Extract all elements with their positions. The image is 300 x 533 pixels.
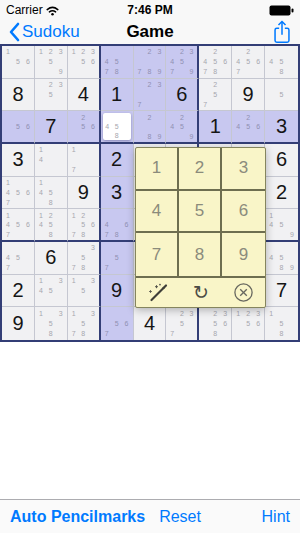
cell-value: 6 — [265, 144, 298, 176]
cell-r8c2[interactable]: 1345 — [35, 275, 68, 308]
restart-icon: ↻ — [193, 283, 209, 302]
share-icon — [272, 19, 292, 45]
cell-r3c8[interactable]: 2456 — [232, 111, 265, 144]
cell-r1c3[interactable]: 12356 — [68, 46, 101, 79]
back-chevron-icon — [8, 22, 20, 42]
popup-icon-row: ↻ — [136, 278, 265, 307]
cell-r5c2[interactable]: 1458 — [35, 177, 68, 210]
cell-r4c9[interactable]: 6 — [265, 144, 298, 177]
pencil-marks: 12356 — [233, 308, 263, 339]
cell-value: 3 — [2, 144, 34, 176]
back-button[interactable]: Sudoku — [8, 22, 80, 42]
clock: 7:46 PM — [0, 3, 300, 17]
pencil-marks: 13578 — [69, 308, 98, 339]
cell-value: 9 — [101, 275, 133, 307]
cell-r5c4[interactable]: 3 — [101, 177, 134, 210]
pencil-marks: 158 — [266, 308, 297, 339]
cell-r4c4[interactable]: 2 — [101, 144, 134, 177]
cell-r1c7[interactable]: 245678 — [199, 46, 232, 79]
cell-r4c3[interactable]: 17 — [68, 144, 101, 177]
cell-r1c1[interactable]: 156 — [2, 46, 35, 79]
cell-r7c1[interactable]: 457 — [2, 242, 35, 275]
cell-r6c4[interactable]: 4678 — [101, 209, 134, 242]
cell-value: 4 — [68, 79, 99, 111]
cell-r4c1[interactable]: 3 — [2, 144, 35, 177]
pencil-marks: 257 — [200, 80, 230, 110]
clear-icon — [233, 282, 254, 303]
pencil-marks: 1358 — [36, 308, 66, 339]
pencil-marks: 457 — [3, 243, 33, 273]
cell-r3c9[interactable]: 3 — [265, 111, 298, 144]
cell-value: 7 — [35, 111, 67, 142]
cell-value: 8 — [2, 79, 34, 111]
hint-button[interactable]: Hint — [262, 508, 290, 526]
popup-number-8[interactable]: 8 — [179, 233, 222, 276]
popup-number-9[interactable]: 9 — [222, 233, 265, 276]
cell-r3c4-selected[interactable]: 458 — [101, 111, 134, 144]
popup-number-5[interactable]: 5 — [179, 191, 222, 234]
pencil-marks: 135 — [69, 276, 98, 306]
cell-value: 6 — [166, 79, 197, 111]
cell-value: 4 — [134, 307, 166, 340]
cell-r7c4[interactable]: 57 — [101, 242, 134, 275]
pencil-marks: 458 — [266, 47, 297, 77]
pencil-marks: 23789 — [135, 47, 165, 77]
cell-r5c9[interactable]: 2 — [265, 177, 298, 210]
pencil-marks: 567 — [102, 308, 132, 339]
cell-r9c3[interactable]: 13578 — [68, 307, 101, 340]
cell-r9c7[interactable]: 23568 — [199, 307, 232, 340]
popup-number-6[interactable]: 6 — [222, 191, 265, 234]
pencil-marks: 12359 — [36, 47, 66, 77]
cell-r8c3[interactable]: 135 — [68, 275, 101, 308]
status-bar: Carrier 7:46 PM — [0, 0, 300, 20]
pencil-marks: 237 — [135, 80, 165, 110]
cell-value: 2 — [265, 177, 298, 209]
wand-icon — [147, 282, 169, 303]
cell-r8c4[interactable]: 9 — [101, 275, 134, 308]
clear-cell-button[interactable] — [233, 282, 254, 303]
popup-number-4[interactable]: 4 — [136, 191, 179, 234]
pencil-marks: 1459 — [266, 210, 297, 239]
pencil-marks: 14567 — [3, 178, 33, 208]
pencil-marks: 4678 — [102, 210, 132, 239]
pencil-marks: 125678 — [69, 210, 98, 239]
pencil-marks: 2459 — [167, 112, 196, 141]
cell-r9c1[interactable]: 9 — [2, 307, 35, 340]
cell-r2c2[interactable]: 235 — [35, 79, 68, 112]
pencil-marks: 1458 — [36, 178, 66, 208]
cell-value: 3 — [101, 177, 133, 209]
pencil-marks: 4578 — [102, 47, 132, 77]
cell-r1c9[interactable]: 458 — [265, 46, 298, 79]
back-label: Sudoku — [22, 22, 80, 42]
cell-r3c3[interactable]: 256 — [68, 111, 101, 144]
bottom-toolbar: Auto Pencilmarks Reset Hint — [0, 499, 300, 533]
cell-r2c8[interactable]: 9 — [232, 79, 265, 112]
cell-r1c4[interactable]: 4578 — [101, 46, 134, 79]
pencil-marks: 235 — [36, 80, 66, 110]
cell-value: 9 — [2, 307, 34, 340]
number-picker-popup: 123456789 ↻ — [135, 147, 266, 308]
cell-r1c2[interactable]: 12359 — [35, 46, 68, 79]
pencil-marks: 2456 — [233, 112, 263, 141]
cell-r2c3[interactable]: 4 — [68, 79, 101, 112]
cell-r9c5[interactable]: 4 — [134, 307, 167, 340]
cell-r6c3[interactable]: 125678 — [68, 209, 101, 242]
cell-r9c9[interactable]: 158 — [265, 307, 298, 340]
cell-r7c2[interactable]: 6 — [35, 242, 68, 275]
pencil-marks: 4589 — [266, 243, 297, 273]
cell-r2c9[interactable]: 5 — [265, 79, 298, 112]
cell-value: 2 — [101, 144, 133, 176]
cell-r1c8[interactable]: 24567 — [232, 46, 265, 79]
cell-value: 1 — [199, 111, 231, 142]
cell-r6c1[interactable]: 14567 — [2, 209, 35, 242]
cell-value: 9 — [68, 177, 99, 209]
cell-value: 2 — [2, 275, 34, 307]
cell-r9c4[interactable]: 567 — [101, 307, 134, 340]
cell-r9c8[interactable]: 12356 — [232, 307, 265, 340]
share-button[interactable] — [272, 19, 292, 45]
pencil-marks: 23568 — [200, 308, 230, 339]
pencil-marks: 56 — [3, 112, 33, 141]
cell-r3c6[interactable]: 2459 — [166, 111, 199, 144]
pencil-marks: 5 — [266, 80, 297, 110]
cell-r2c1[interactable]: 8 — [2, 79, 35, 112]
pencil-marks: 17 — [69, 145, 98, 175]
pencil-marks: 14567 — [3, 210, 33, 239]
pencil-marks: 156 — [3, 47, 33, 77]
cell-r6c9[interactable]: 1459 — [265, 209, 298, 242]
nav-bar: Sudoku Game — [0, 20, 300, 44]
cell-r6c2[interactable]: 12458 — [35, 209, 68, 242]
cell-r2c4[interactable]: 1 — [101, 79, 134, 112]
cell-r4c2[interactable]: 14 — [35, 144, 68, 177]
cell-r3c7[interactable]: 1 — [199, 111, 232, 144]
cell-r5c3[interactable]: 9 — [68, 177, 101, 210]
pencil-marks: 256 — [69, 112, 98, 141]
cell-value: 3 — [265, 111, 298, 142]
popup-number-1[interactable]: 1 — [136, 148, 179, 191]
cell-r9c2[interactable]: 1358 — [35, 307, 68, 340]
cell-r1c6[interactable]: 234579 — [166, 46, 199, 79]
cell-value: 9 — [232, 79, 264, 111]
cell-r9c6[interactable]: 2357 — [166, 307, 199, 340]
cell-r7c3[interactable]: 3578 — [68, 242, 101, 275]
popup-number-grid: 123456789 — [136, 148, 265, 278]
popup-number-3[interactable]: 3 — [222, 148, 265, 191]
cell-r3c1[interactable]: 56 — [2, 111, 35, 144]
cell-r2c5[interactable]: 237 — [134, 79, 167, 112]
auto-pencilmarks-button[interactable]: Auto Pencilmarks — [10, 508, 145, 526]
cell-value: 6 — [35, 242, 67, 274]
cell-r2c7[interactable]: 257 — [199, 79, 232, 112]
pencil-marks: 2357 — [167, 308, 196, 339]
cell-r7c9[interactable]: 4589 — [265, 242, 298, 275]
pencil-marks: 234579 — [167, 47, 196, 77]
pencil-marks: 14 — [36, 145, 66, 175]
pencil-marks: 289 — [135, 112, 165, 141]
pencil-marks: 24567 — [233, 47, 263, 77]
reset-button[interactable]: Reset — [159, 508, 201, 526]
restart-button[interactable]: ↻ — [193, 283, 209, 302]
pencil-marks: 458 — [103, 113, 131, 140]
popup-number-7[interactable]: 7 — [136, 233, 179, 276]
popup-number-2[interactable]: 2 — [179, 148, 222, 191]
pencil-marks: 12356 — [69, 47, 98, 77]
pencil-marks: 3578 — [69, 243, 98, 273]
battery-icon — [269, 5, 294, 16]
pencil-marks: 245678 — [200, 47, 230, 77]
cell-r3c2[interactable]: 7 — [35, 111, 68, 144]
cell-r5c1[interactable]: 14567 — [2, 177, 35, 210]
pencil-wand-button[interactable] — [147, 282, 169, 303]
cell-value: 1 — [101, 79, 133, 111]
cell-r1c5[interactable]: 23789 — [134, 46, 167, 79]
pencil-marks: 1345 — [36, 276, 66, 306]
pencil-marks: 57 — [102, 243, 132, 273]
cell-value: 7 — [265, 275, 298, 307]
cell-r3c5[interactable]: 289 — [134, 111, 167, 144]
cell-r8c1[interactable]: 2 — [2, 275, 35, 308]
pencil-marks: 12458 — [36, 210, 66, 239]
cell-r8c9[interactable]: 7 — [265, 275, 298, 308]
cell-r2c6[interactable]: 6 — [166, 79, 199, 112]
